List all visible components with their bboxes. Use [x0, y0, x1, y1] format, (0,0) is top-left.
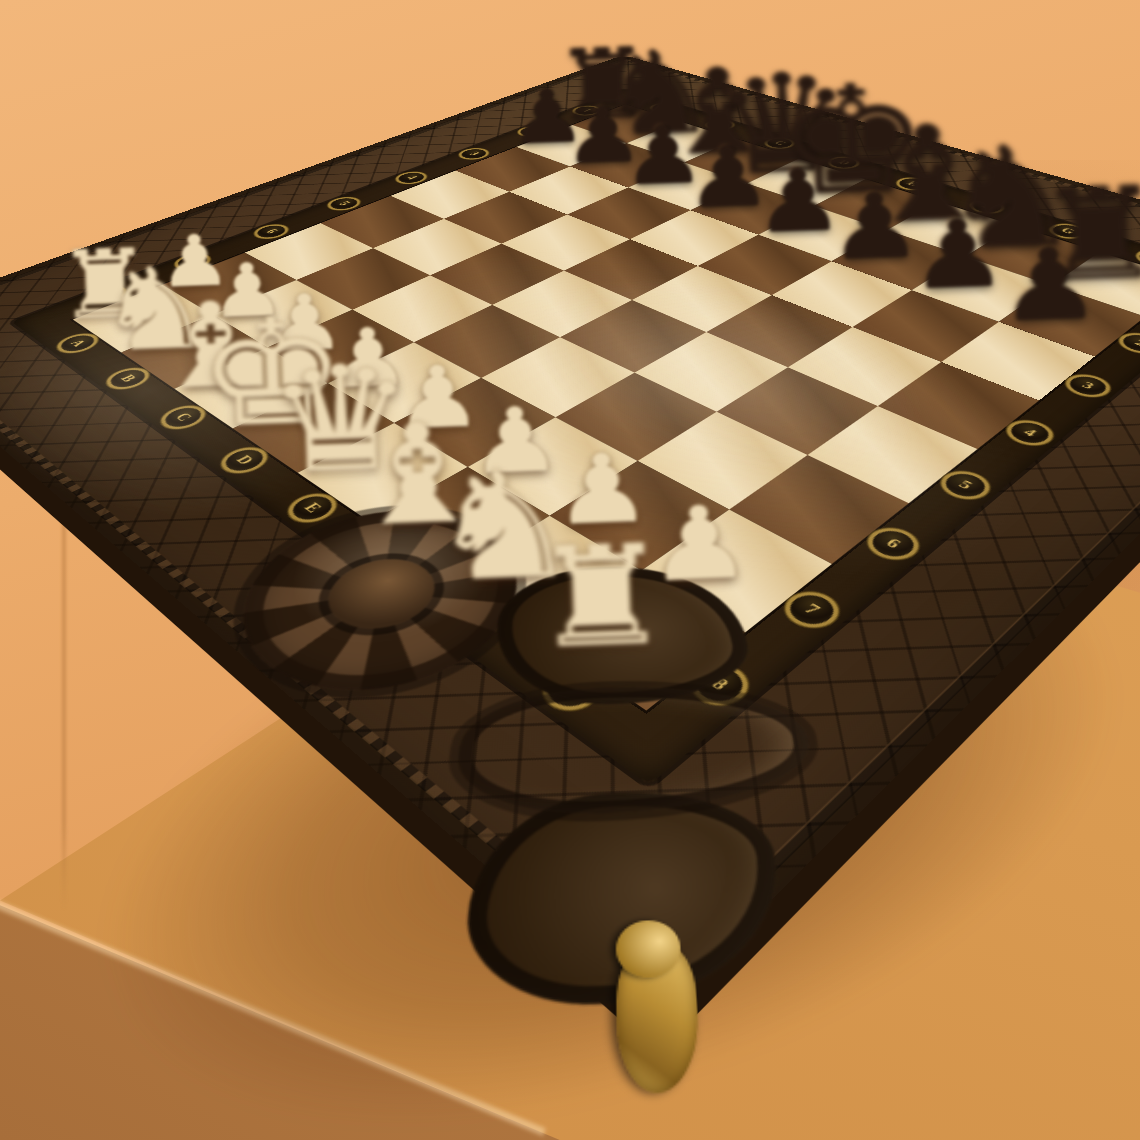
chess-board: ♜♞♝♛♚♝♞♜♟♟♟♟♟♟♟♟♟♟♟♟♟♟♟♟♜♞♝♚♛♝♞♜ AA11BB2… [0, 55, 1140, 1014]
piece-white-rook[interactable]: ♜ [528, 527, 674, 669]
piece-black-pawn[interactable]: ♟ [908, 207, 1008, 304]
photo-scene: ♜♞♝♛♚♝♞♜♟♟♟♟♟♟♟♟♟♟♟♟♟♟♟♟♜♞♝♚♛♝♞♜ AA11BB2… [0, 0, 1140, 1140]
brass-clasp [535, 909, 788, 1135]
piece-black-pawn[interactable]: ♟ [997, 235, 1101, 337]
